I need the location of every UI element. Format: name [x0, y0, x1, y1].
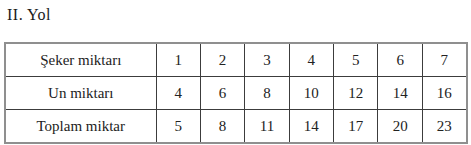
- quantity-table: Şeker miktarı 1 2 3 4 5 6 7 Un miktarı 4…: [4, 42, 468, 144]
- table-cell: 5: [334, 43, 378, 77]
- table-row-total: Toplam miktar 5 8 11 14 17 20 23: [5, 110, 467, 144]
- row-label-flour: Un miktarı: [5, 77, 156, 110]
- table-cell: 10: [289, 77, 333, 110]
- table-cell: 2: [200, 43, 244, 77]
- table-cell: 12: [334, 77, 378, 110]
- table-cell: 8: [245, 77, 289, 110]
- table-cell: 17: [334, 110, 378, 144]
- table-row-flour: Un miktarı 4 6 8 10 12 14 16: [5, 77, 467, 110]
- table-cell: 16: [422, 77, 466, 110]
- table-cell: 3: [245, 43, 289, 77]
- table-cell: 6: [200, 77, 244, 110]
- table-cell: 6: [378, 43, 422, 77]
- table-cell: 4: [289, 43, 333, 77]
- table-cell: 5: [156, 110, 200, 144]
- table-cell: 1: [156, 43, 200, 77]
- table-cell: 8: [200, 110, 244, 144]
- table-cell: 11: [245, 110, 289, 144]
- table-row-sugar: Şeker miktarı 1 2 3 4 5 6 7: [5, 43, 467, 77]
- row-label-sugar: Şeker miktarı: [5, 43, 156, 77]
- table-cell: 7: [422, 43, 466, 77]
- table-cell: 14: [289, 110, 333, 144]
- table-cell: 4: [156, 77, 200, 110]
- table-cell: 23: [422, 110, 466, 144]
- row-label-total: Toplam miktar: [5, 110, 156, 144]
- section-heading: II. Yol: [7, 6, 51, 24]
- table-cell: 20: [378, 110, 422, 144]
- table-cell: 14: [378, 77, 422, 110]
